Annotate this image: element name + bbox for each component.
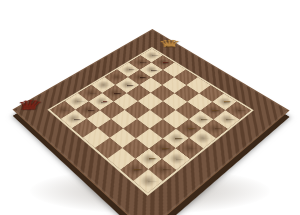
square-h1: ♜ [134, 169, 163, 192]
pawn-glyph: ♟ [52, 100, 95, 121]
queen-glyph: ♛ [152, 38, 189, 49]
photo-scene: ♜♟♟♜♞♟♟♞♝♟♟♝♛♟♟♛♚♟♟♚♝♟♟♝♞♟♟♞♜♟♟♜ ♛♛ [0, 0, 300, 215]
chess-board: ♜♟♟♜♞♟♟♞♝♟♟♝♛♟♟♛♚♟♟♚♝♟♟♝♞♟♟♞♜♟♟♜ ♛♛ [12, 29, 289, 215]
square-h7: ♟ [61, 109, 86, 127]
board-frame: ♜♟♟♜♞♟♟♞♝♟♟♝♛♟♟♛♚♟♟♚♝♟♟♝♞♟♟♞♜♟♟♜ ♛♛ [12, 29, 289, 215]
rook-glyph: ♜ [123, 156, 172, 185]
queen-glyph: ♛ [8, 98, 52, 112]
chess-set-photo: ♜♟♟♜♞♟♟♞♝♟♟♝♛♟♟♛♚♟♟♚♝♟♟♝♞♟♟♞♜♟♟♜ ♛♛ [0, 0, 300, 215]
